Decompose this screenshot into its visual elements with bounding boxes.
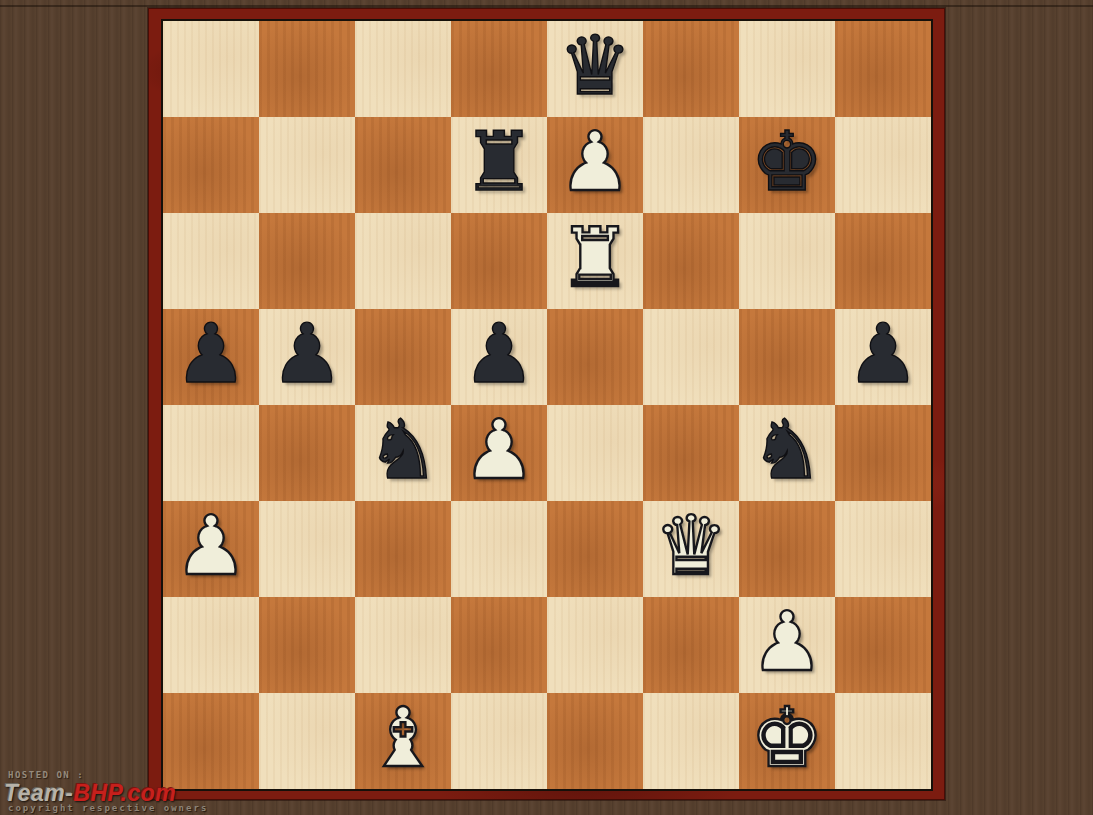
square-g3[interactable] — [739, 501, 835, 597]
chess-board-grid: ♛♜♟♚♜♟♟♟♟♞♟♞♟♛♟♝♚ — [161, 19, 933, 791]
square-d2[interactable] — [451, 597, 547, 693]
square-f2[interactable] — [643, 597, 739, 693]
chess-board-frame: ♛♜♟♚♜♟♟♟♟♞♟♞♟♛♟♝♚ — [148, 8, 945, 800]
black-rook: ♜ — [462, 121, 536, 203]
square-c2[interactable] — [355, 597, 451, 693]
white-pawn: ♟ — [174, 505, 248, 587]
white-rook: ♜ — [558, 217, 632, 299]
square-h5[interactable]: ♟ — [835, 309, 931, 405]
square-f3[interactable]: ♛ — [643, 501, 739, 597]
square-h1[interactable] — [835, 693, 931, 789]
square-b5[interactable]: ♟ — [259, 309, 355, 405]
black-queen: ♛ — [558, 25, 632, 107]
square-a8[interactable] — [163, 21, 259, 117]
square-b2[interactable] — [259, 597, 355, 693]
square-h6[interactable] — [835, 213, 931, 309]
square-b1[interactable] — [259, 693, 355, 789]
square-h8[interactable] — [835, 21, 931, 117]
square-d4[interactable]: ♟ — [451, 405, 547, 501]
square-b8[interactable] — [259, 21, 355, 117]
square-g2[interactable]: ♟ — [739, 597, 835, 693]
square-f1[interactable] — [643, 693, 739, 789]
white-pawn: ♟ — [462, 409, 536, 491]
square-h2[interactable] — [835, 597, 931, 693]
square-d3[interactable] — [451, 501, 547, 597]
white-pawn: ♟ — [558, 121, 632, 203]
square-e6[interactable]: ♜ — [547, 213, 643, 309]
square-e1[interactable] — [547, 693, 643, 789]
square-a7[interactable] — [163, 117, 259, 213]
square-f5[interactable] — [643, 309, 739, 405]
square-a5[interactable]: ♟ — [163, 309, 259, 405]
black-pawn: ♟ — [462, 313, 536, 395]
square-b4[interactable] — [259, 405, 355, 501]
square-e4[interactable] — [547, 405, 643, 501]
square-e3[interactable] — [547, 501, 643, 597]
square-g1[interactable]: ♚ — [739, 693, 835, 789]
black-knight: ♞ — [366, 409, 440, 491]
square-a1[interactable] — [163, 693, 259, 789]
square-b6[interactable] — [259, 213, 355, 309]
square-f4[interactable] — [643, 405, 739, 501]
white-bishop: ♝ — [366, 697, 440, 779]
black-pawn: ♟ — [270, 313, 344, 395]
square-g6[interactable] — [739, 213, 835, 309]
square-c3[interactable] — [355, 501, 451, 597]
black-pawn: ♟ — [174, 313, 248, 395]
square-g4[interactable]: ♞ — [739, 405, 835, 501]
square-d5[interactable]: ♟ — [451, 309, 547, 405]
square-h7[interactable] — [835, 117, 931, 213]
square-d6[interactable] — [451, 213, 547, 309]
square-a3[interactable]: ♟ — [163, 501, 259, 597]
white-king: ♚ — [750, 697, 824, 779]
square-g8[interactable] — [739, 21, 835, 117]
copyright-label: copyright respective owners — [8, 803, 208, 813]
square-a4[interactable] — [163, 405, 259, 501]
square-d8[interactable] — [451, 21, 547, 117]
square-b3[interactable] — [259, 501, 355, 597]
black-knight: ♞ — [750, 409, 824, 491]
square-c4[interactable]: ♞ — [355, 405, 451, 501]
white-queen: ♛ — [654, 505, 728, 587]
square-d7[interactable]: ♜ — [451, 117, 547, 213]
black-pawn: ♟ — [846, 313, 920, 395]
hosted-on-label: HOSTED ON : — [8, 770, 84, 780]
square-f8[interactable] — [643, 21, 739, 117]
square-h4[interactable] — [835, 405, 931, 501]
square-c1[interactable]: ♝ — [355, 693, 451, 789]
square-g5[interactable] — [739, 309, 835, 405]
square-f6[interactable] — [643, 213, 739, 309]
square-c5[interactable] — [355, 309, 451, 405]
square-b7[interactable] — [259, 117, 355, 213]
square-c8[interactable] — [355, 21, 451, 117]
square-e8[interactable]: ♛ — [547, 21, 643, 117]
square-a6[interactable] — [163, 213, 259, 309]
square-g7[interactable]: ♚ — [739, 117, 835, 213]
white-pawn: ♟ — [750, 601, 824, 683]
square-e7[interactable]: ♟ — [547, 117, 643, 213]
square-h3[interactable] — [835, 501, 931, 597]
wood-plank-seam — [0, 5, 1093, 7]
square-e2[interactable] — [547, 597, 643, 693]
square-c7[interactable] — [355, 117, 451, 213]
square-f7[interactable] — [643, 117, 739, 213]
square-d1[interactable] — [451, 693, 547, 789]
square-a2[interactable] — [163, 597, 259, 693]
black-king: ♚ — [750, 121, 824, 203]
square-c6[interactable] — [355, 213, 451, 309]
square-e5[interactable] — [547, 309, 643, 405]
